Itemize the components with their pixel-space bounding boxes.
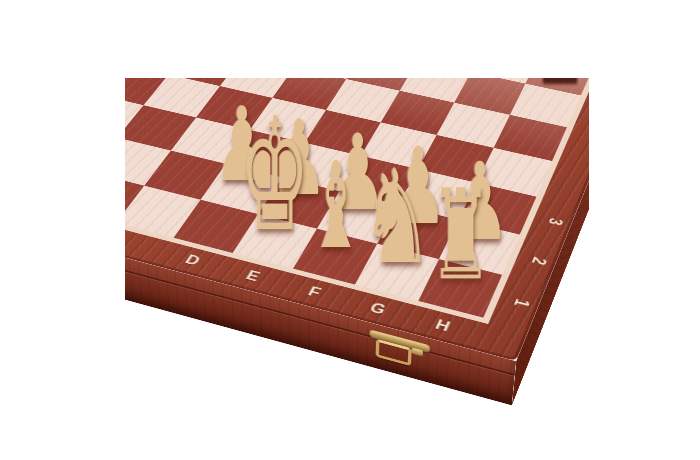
product-photo: DEFGH 123 ♞♝♛♚♝♞♜♟♟♟♟♟♟♟♟♟♟♟♟♚♝♞♜: [0, 0, 700, 460]
chess-board-box: DEFGH 123: [125, 78, 589, 361]
photo-area: DEFGH 123 ♞♝♛♚♝♞♜♟♟♟♟♟♟♟♟♟♟♟♟♚♝♞♜: [125, 78, 589, 460]
